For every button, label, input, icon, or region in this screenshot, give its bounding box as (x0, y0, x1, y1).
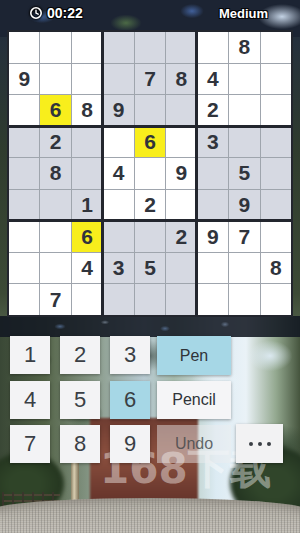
cell-r6c2[interactable] (40, 190, 70, 221)
cell-r3c7[interactable]: 2 (198, 95, 228, 126)
cell-r6c6[interactable] (166, 190, 196, 221)
cell-r8c2[interactable] (40, 253, 70, 284)
cell-r3c2[interactable]: 6 (40, 95, 70, 126)
cell-r1c6[interactable] (166, 32, 196, 63)
background-foliage-strip (0, 316, 300, 337)
cell-r6c9[interactable] (261, 190, 291, 221)
cell-r2c8[interactable] (229, 64, 259, 95)
key-4[interactable]: 4 (10, 381, 50, 419)
cell-r8c5[interactable]: 5 (135, 253, 165, 284)
cell-r3c4[interactable]: 9 (103, 95, 133, 126)
cell-r2c6[interactable]: 8 (166, 64, 196, 95)
cell-r7c5[interactable] (135, 221, 165, 252)
background-gravel-mound (0, 498, 300, 533)
keypad: Pen Pencil Undo 123456789 (0, 336, 300, 464)
cell-r9c8[interactable] (229, 284, 259, 315)
key-5[interactable]: 5 (60, 381, 100, 419)
cell-r3c8[interactable] (229, 95, 259, 126)
timer: 00:22 (29, 5, 83, 21)
clock-icon (29, 6, 43, 20)
key-7[interactable]: 7 (10, 425, 50, 463)
cell-r9c2[interactable]: 7 (40, 284, 70, 315)
cell-r5c6[interactable]: 9 (166, 158, 196, 189)
cell-r2c1[interactable]: 9 (9, 64, 39, 95)
cell-r7c6[interactable]: 2 (166, 221, 196, 252)
cell-r9c7[interactable] (198, 284, 228, 315)
cell-r2c2[interactable] (40, 64, 70, 95)
more-button[interactable] (236, 424, 283, 463)
cell-r6c1[interactable] (9, 190, 39, 221)
cell-r3c6[interactable] (166, 95, 196, 126)
cell-r4c2[interactable]: 2 (40, 127, 70, 158)
cell-r1c1[interactable] (9, 32, 39, 63)
cell-r9c5[interactable] (135, 284, 165, 315)
cell-r7c8[interactable]: 7 (229, 221, 259, 252)
cell-r9c4[interactable] (103, 284, 133, 315)
cell-r4c7[interactable]: 3 (198, 127, 228, 158)
cell-r7c1[interactable] (9, 221, 39, 252)
cell-r6c7[interactable] (198, 190, 228, 221)
pencil-button[interactable]: Pencil (157, 381, 231, 419)
cell-r3c9[interactable] (261, 95, 291, 126)
timer-value: 00:22 (47, 5, 83, 21)
sudoku-app-screen: 168下载 00:22 Medium 897846892263849512962… (0, 0, 300, 533)
cell-r3c3[interactable]: 8 (72, 95, 102, 126)
cell-r2c9[interactable] (261, 64, 291, 95)
cell-r2c5[interactable]: 7 (135, 64, 165, 95)
cell-r9c9[interactable] (261, 284, 291, 315)
cell-r3c5[interactable] (135, 95, 165, 126)
box-divider-horizontal-1 (9, 125, 291, 128)
cell-r7c7[interactable]: 9 (198, 221, 228, 252)
cell-r5c4[interactable]: 4 (103, 158, 133, 189)
key-2[interactable]: 2 (60, 336, 100, 374)
cell-r7c3[interactable]: 6 (72, 221, 102, 252)
cell-r9c1[interactable] (9, 284, 39, 315)
cell-r8c4[interactable]: 3 (103, 253, 133, 284)
cell-r3c1[interactable] (9, 95, 39, 126)
cell-r5c2[interactable]: 8 (40, 158, 70, 189)
cell-r2c3[interactable] (72, 64, 102, 95)
cell-r4c6[interactable] (166, 127, 196, 158)
box-divider-vertical-2 (195, 32, 198, 315)
cell-r7c2[interactable] (40, 221, 70, 252)
cell-r8c9[interactable]: 8 (261, 253, 291, 284)
cell-r5c5[interactable] (135, 158, 165, 189)
cell-r5c3[interactable] (72, 158, 102, 189)
difficulty-label: Medium (219, 6, 268, 21)
cell-r4c1[interactable] (9, 127, 39, 158)
cell-r5c1[interactable] (9, 158, 39, 189)
cell-r4c5[interactable]: 6 (135, 127, 165, 158)
header-bar: 00:22 Medium (0, 0, 300, 28)
cell-r5c8[interactable]: 5 (229, 158, 259, 189)
cell-r5c9[interactable] (261, 158, 291, 189)
cell-r6c4[interactable] (103, 190, 133, 221)
cell-r4c4[interactable] (103, 127, 133, 158)
key-8[interactable]: 8 (60, 425, 100, 463)
cell-r1c5[interactable] (135, 32, 165, 63)
cell-r9c3[interactable] (72, 284, 102, 315)
cell-r4c9[interactable] (261, 127, 291, 158)
key-1[interactable]: 1 (10, 336, 50, 374)
cell-r6c8[interactable]: 9 (229, 190, 259, 221)
undo-button[interactable]: Undo (157, 425, 231, 463)
key-6[interactable]: 6 (110, 381, 150, 419)
cell-r1c3[interactable] (72, 32, 102, 63)
cell-r5c7[interactable] (198, 158, 228, 189)
cell-r1c4[interactable] (103, 32, 133, 63)
box-divider-vertical-1 (101, 32, 104, 315)
cell-r1c2[interactable] (40, 32, 70, 63)
cell-r1c9[interactable] (261, 32, 291, 63)
cell-r7c4[interactable] (103, 221, 133, 252)
cell-r8c8[interactable] (229, 253, 259, 284)
cell-r8c6[interactable] (166, 253, 196, 284)
key-9[interactable]: 9 (110, 425, 150, 463)
pen-button[interactable]: Pen (157, 336, 231, 375)
cell-r8c7[interactable] (198, 253, 228, 284)
box-divider-horizontal-2 (9, 219, 291, 222)
sudoku-grid: 8978468922638495129629743587 (9, 32, 291, 315)
cell-r7c9[interactable] (261, 221, 291, 252)
cell-r1c7[interactable] (198, 32, 228, 63)
more-ellipsis-icon (246, 442, 273, 446)
cell-r1c8[interactable]: 8 (229, 32, 259, 63)
key-3[interactable]: 3 (110, 336, 150, 374)
cell-r6c5[interactable]: 2 (135, 190, 165, 221)
cell-r6c3[interactable]: 1 (72, 190, 102, 221)
cell-r8c3[interactable]: 4 (72, 253, 102, 284)
cell-r2c7[interactable]: 4 (198, 64, 228, 95)
cell-r4c3[interactable] (72, 127, 102, 158)
cell-r9c6[interactable] (166, 284, 196, 315)
background-fence (2, 492, 60, 506)
sudoku-board: 8978468922638495129629743587 (7, 30, 293, 317)
cell-r2c4[interactable] (103, 64, 133, 95)
cell-r8c1[interactable] (9, 253, 39, 284)
cell-r4c8[interactable] (229, 127, 259, 158)
